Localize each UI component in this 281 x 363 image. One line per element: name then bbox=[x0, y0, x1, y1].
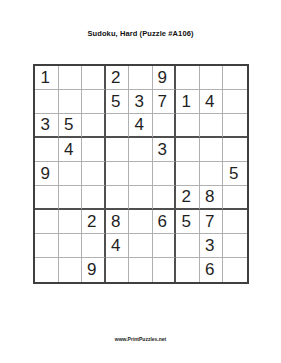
cell-r7c1 bbox=[35, 210, 59, 234]
cell-r6c6 bbox=[153, 186, 177, 210]
cell-r3c9 bbox=[223, 114, 247, 138]
cell-r1c9 bbox=[223, 66, 247, 90]
cell-r3c8 bbox=[200, 114, 224, 138]
cell-r2c7: 1 bbox=[176, 90, 200, 114]
cell-r3c4 bbox=[106, 114, 130, 138]
cell-r9c5 bbox=[129, 258, 153, 282]
cell-r9c1 bbox=[35, 258, 59, 282]
cell-r7c8: 7 bbox=[200, 210, 224, 234]
cell-r4c7 bbox=[176, 138, 200, 162]
cell-r8c2 bbox=[59, 234, 83, 258]
cell-r2c6: 7 bbox=[153, 90, 177, 114]
cell-r7c2 bbox=[59, 210, 83, 234]
cell-r9c4 bbox=[106, 258, 130, 282]
cell-r1c7 bbox=[176, 66, 200, 90]
cell-r6c1 bbox=[35, 186, 59, 210]
cell-r1c4: 2 bbox=[106, 66, 130, 90]
cell-r8c6 bbox=[153, 234, 177, 258]
printable-sudoku-page: Sudoku, Hard (Puzzle #A106) 129537143544… bbox=[0, 0, 281, 363]
cell-r9c9 bbox=[223, 258, 247, 282]
cell-r8c8: 3 bbox=[200, 234, 224, 258]
cell-r5c5 bbox=[129, 162, 153, 186]
cell-r1c8 bbox=[200, 66, 224, 90]
cell-r1c5 bbox=[129, 66, 153, 90]
cell-r9c7 bbox=[176, 258, 200, 282]
cell-r3c6 bbox=[153, 114, 177, 138]
cell-r6c9 bbox=[223, 186, 247, 210]
cell-r2c9 bbox=[223, 90, 247, 114]
cell-r4c5 bbox=[129, 138, 153, 162]
cell-r9c2 bbox=[59, 258, 83, 282]
cell-r2c4: 5 bbox=[106, 90, 130, 114]
cell-r3c7 bbox=[176, 114, 200, 138]
cell-r9c6 bbox=[153, 258, 177, 282]
cell-r2c5: 3 bbox=[129, 90, 153, 114]
cell-r2c1 bbox=[35, 90, 59, 114]
cell-r4c2: 4 bbox=[59, 138, 83, 162]
cell-r9c8: 6 bbox=[200, 258, 224, 282]
cell-r4c1 bbox=[35, 138, 59, 162]
cell-r4c4 bbox=[106, 138, 130, 162]
cell-r7c3: 2 bbox=[82, 210, 106, 234]
cell-r5c1: 9 bbox=[35, 162, 59, 186]
cell-r3c3 bbox=[82, 114, 106, 138]
cell-r8c5 bbox=[129, 234, 153, 258]
cell-r5c8 bbox=[200, 162, 224, 186]
cell-r4c8 bbox=[200, 138, 224, 162]
cell-r6c8: 8 bbox=[200, 186, 224, 210]
cell-r2c2 bbox=[59, 90, 83, 114]
cell-r7c7: 5 bbox=[176, 210, 200, 234]
cell-r5c2 bbox=[59, 162, 83, 186]
cell-r7c6: 6 bbox=[153, 210, 177, 234]
cell-r8c1 bbox=[35, 234, 59, 258]
cell-r2c3 bbox=[82, 90, 106, 114]
sudoku-board: 12953714354439528286574396 bbox=[33, 64, 249, 284]
cell-r6c7: 2 bbox=[176, 186, 200, 210]
cell-r1c6: 9 bbox=[153, 66, 177, 90]
cell-r8c4: 4 bbox=[106, 234, 130, 258]
cell-r1c3 bbox=[82, 66, 106, 90]
cell-r4c9 bbox=[223, 138, 247, 162]
cell-r9c3: 9 bbox=[82, 258, 106, 282]
cell-r5c3 bbox=[82, 162, 106, 186]
cell-r6c3 bbox=[82, 186, 106, 210]
cell-r6c2 bbox=[59, 186, 83, 210]
cell-r6c4 bbox=[106, 186, 130, 210]
cell-r7c9 bbox=[223, 210, 247, 234]
cell-r3c1: 3 bbox=[35, 114, 59, 138]
cell-r2c8: 4 bbox=[200, 90, 224, 114]
cell-r8c7 bbox=[176, 234, 200, 258]
cell-r1c1: 1 bbox=[35, 66, 59, 90]
cell-r7c5 bbox=[129, 210, 153, 234]
cell-r3c5: 4 bbox=[129, 114, 153, 138]
cell-r5c4 bbox=[106, 162, 130, 186]
cell-r5c6 bbox=[153, 162, 177, 186]
cell-r3c2: 5 bbox=[59, 114, 83, 138]
cell-r5c7 bbox=[176, 162, 200, 186]
footer-site-url: www.PrintPuzzles.net bbox=[0, 336, 281, 342]
cell-r8c9 bbox=[223, 234, 247, 258]
cell-r1c2 bbox=[59, 66, 83, 90]
cell-r4c6: 3 bbox=[153, 138, 177, 162]
page-title: Sudoku, Hard (Puzzle #A106) bbox=[0, 29, 281, 38]
cell-r6c5 bbox=[129, 186, 153, 210]
cell-r5c9: 5 bbox=[223, 162, 247, 186]
cell-r4c3 bbox=[82, 138, 106, 162]
cell-r8c3 bbox=[82, 234, 106, 258]
cell-r7c4: 8 bbox=[106, 210, 130, 234]
